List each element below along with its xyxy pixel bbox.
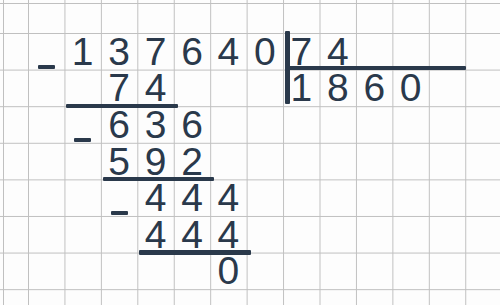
digit-cell: 1	[64, 33, 100, 70]
digit-cell: 9	[137, 143, 173, 180]
grid-paper: 137640747418606365924444440	[0, 0, 500, 305]
grid-edge-line-top	[0, 3, 500, 4]
subtraction-underline	[139, 250, 250, 255]
minus-sign	[38, 65, 55, 70]
digit-cell: 5	[101, 143, 137, 180]
digit-cell: 4	[210, 33, 246, 70]
digit-cell: 6	[174, 106, 210, 143]
digit-cell: 4	[320, 33, 356, 70]
digit-cell: 3	[137, 106, 173, 143]
subtraction-underline	[66, 104, 177, 109]
digit-cell: 4	[137, 216, 173, 253]
digit-cell: 4	[174, 216, 210, 253]
digit-cell: 4	[137, 70, 173, 107]
digit-cell: 8	[320, 70, 356, 107]
digit-cell: 4	[137, 179, 173, 216]
digit-cell: 4	[210, 179, 246, 216]
digit-cell: 6	[356, 70, 392, 107]
digit-cell: 0	[393, 70, 429, 107]
digit-cell: 0	[210, 253, 246, 290]
quotient-overline	[285, 66, 466, 71]
digit-cell: 4	[210, 216, 246, 253]
digit-cell: 3	[101, 33, 137, 70]
digit-cell: 0	[247, 33, 283, 70]
subtraction-underline	[103, 177, 214, 182]
digit-cell: 2	[174, 143, 210, 180]
minus-sign	[74, 138, 91, 143]
digit-cell: 7	[137, 33, 173, 70]
minus-sign	[111, 211, 128, 216]
digit-cell: 6	[101, 106, 137, 143]
digit-cell: 4	[174, 179, 210, 216]
digit-cell: 6	[174, 33, 210, 70]
digit-cell: 7	[101, 70, 137, 107]
grid-edge-line-left	[3, 0, 4, 305]
